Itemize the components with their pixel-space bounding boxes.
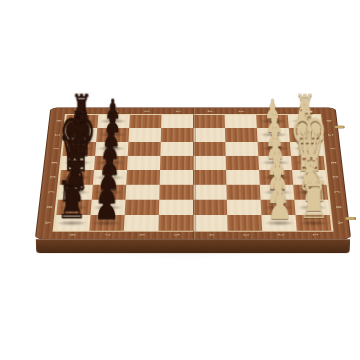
square-f2 [258, 142, 291, 156]
piece-shadow [60, 205, 87, 210]
square-e3 [226, 156, 259, 170]
coordinate-rail-near: 87654321 [54, 232, 332, 238]
square-g2 [257, 128, 290, 142]
coordinate-label: 7 [108, 105, 121, 118]
piece-shadow [297, 175, 324, 179]
coordinate-label: F [38, 146, 71, 152]
square-b6 [125, 200, 160, 215]
coordinate-label: 8 [76, 105, 90, 118]
coordinate-label: H [312, 119, 344, 124]
coordinate-rail-left: HGFEDCBA [39, 115, 65, 231]
square-e7 [94, 156, 128, 170]
square-c5 [159, 185, 193, 200]
square-b3 [227, 200, 262, 215]
square-f7 [95, 142, 128, 156]
fold-seam [193, 108, 196, 239]
square-b5 [159, 200, 193, 215]
square-e5 [160, 156, 193, 170]
board-top-face: 87654321 87654321 HGFEDCBA HGFEDCBA [35, 107, 351, 239]
perspective-stage: 87654321 87654321 HGFEDCBA HGFEDCBA ♜♟♟♜… [43, 20, 343, 320]
square-e6 [127, 156, 160, 170]
square-g7 [96, 128, 129, 142]
piece-shadow [264, 190, 291, 195]
square-d3 [226, 170, 260, 185]
square-g6 [128, 128, 161, 142]
piece-shadow [298, 190, 325, 195]
piece-shadow [95, 190, 122, 195]
coordinate-label: G [313, 132, 346, 137]
chess-board: 87654321 87654321 HGFEDCBA HGFEDCBA ♜♟♟♜… [35, 107, 351, 239]
square-a3 [227, 215, 262, 231]
coordinate-label: 2 [265, 105, 278, 118]
piece-shadow [93, 221, 120, 226]
square-c4 [193, 185, 227, 200]
coordinate-label: F [315, 146, 348, 152]
product-photo-scene: 87654321 87654321 HGFEDCBA HGFEDCBA ♜♟♟♜… [0, 0, 360, 360]
square-g3 [225, 128, 258, 142]
coordinate-label: 1 [296, 105, 310, 118]
square-f5 [160, 142, 193, 156]
square-e2 [258, 156, 292, 170]
square-g5 [161, 128, 193, 142]
square-a6 [124, 215, 159, 231]
coordinate-label: 3 [234, 105, 247, 118]
square-a5 [158, 215, 193, 231]
piece-shadow [263, 175, 289, 179]
square-b4 [193, 200, 227, 215]
coordinate-label: G [40, 132, 73, 137]
square-f3 [225, 142, 258, 156]
latch-tab-icon [344, 217, 356, 220]
square-f4 [193, 142, 226, 156]
square-g4 [193, 128, 225, 142]
latch-tab-icon [334, 126, 345, 129]
coordinate-label: 4 [202, 105, 215, 118]
coordinate-label: 5 [171, 105, 184, 118]
square-f6 [128, 142, 161, 156]
square-e4 [193, 156, 226, 170]
square-a4 [193, 215, 228, 231]
square-c6 [125, 185, 159, 200]
coordinate-label: E [37, 160, 70, 166]
coordinate-label: H [42, 119, 74, 124]
piece-shadow [299, 205, 326, 210]
square-d6 [126, 170, 160, 185]
piece-shadow [266, 221, 293, 226]
piece-shadow [265, 205, 292, 210]
square-c3 [226, 185, 260, 200]
coordinate-label: 6 [139, 105, 152, 118]
square-d4 [193, 170, 226, 185]
coordinate-rail-far: 87654321 [67, 109, 319, 114]
square-d5 [160, 170, 193, 185]
piece-shadow [301, 221, 329, 226]
piece-shadow [96, 175, 122, 179]
piece-shadow [94, 205, 121, 210]
coordinate-rail-right: HGFEDCBA [321, 115, 347, 231]
board-near-side [36, 239, 350, 253]
coordinate-label: E [316, 160, 349, 166]
